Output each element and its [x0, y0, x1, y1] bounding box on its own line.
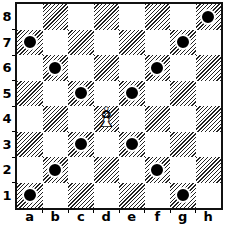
square-c2	[68, 157, 94, 183]
rank-label-3: 3	[0, 132, 14, 158]
square-c4	[68, 106, 94, 132]
square-e7	[119, 30, 145, 56]
square-h8	[196, 4, 222, 30]
rank-boundary-tick	[12, 157, 15, 158]
move-dot-h8	[200, 9, 216, 25]
square-f8	[145, 4, 171, 30]
square-e3	[119, 132, 145, 158]
square-a3	[17, 132, 43, 158]
rank-boundary-tick	[12, 182, 15, 183]
square-b7	[43, 30, 69, 56]
rank-label-7: 7	[0, 30, 14, 56]
file-boundary-tick	[93, 210, 94, 213]
rank-boundary-tick	[12, 80, 15, 81]
square-f7	[145, 30, 171, 56]
white-bishop: ♝♗	[94, 106, 120, 132]
file-label-d: d	[94, 209, 120, 225]
square-h4	[196, 106, 222, 132]
square-e6	[119, 55, 145, 81]
move-dot-g7	[175, 34, 191, 50]
chess-board: ♝♗	[15, 2, 223, 210]
file-boundary-tick	[144, 210, 145, 213]
file-boundary-tick	[170, 210, 171, 213]
square-d7	[94, 30, 120, 56]
move-dot-a7	[22, 34, 38, 50]
square-d6	[94, 55, 120, 81]
square-b5	[43, 81, 69, 107]
file-label-a: a	[17, 209, 43, 225]
square-d3	[94, 132, 120, 158]
square-d4: ♝♗	[94, 106, 120, 132]
square-f4	[145, 106, 171, 132]
square-a2	[17, 157, 43, 183]
square-g6	[170, 55, 196, 81]
file-label-g: g	[170, 209, 196, 225]
square-a7	[17, 30, 43, 56]
file-boundary-tick	[68, 210, 69, 213]
rank-boundary-tick	[12, 55, 15, 56]
square-e5	[119, 81, 145, 107]
square-g5	[170, 81, 196, 107]
square-d2	[94, 157, 120, 183]
square-g7	[170, 30, 196, 56]
rank-boundary-tick	[12, 131, 15, 132]
chess-diagram-page: { "game": "chess", "diagram_type": "bish…	[0, 0, 225, 225]
square-f3	[145, 132, 171, 158]
square-h6	[196, 55, 222, 81]
rank-boundary-tick	[12, 106, 15, 107]
square-f2	[145, 157, 171, 183]
square-g4	[170, 106, 196, 132]
white-bishop-glyph: ♗	[94, 103, 119, 131]
move-dot-c3	[73, 136, 89, 152]
square-b6	[43, 55, 69, 81]
move-dot-e5	[124, 85, 140, 101]
rank-boundary-tick	[12, 29, 15, 30]
square-e8	[119, 4, 145, 30]
file-label-b: b	[43, 209, 69, 225]
file-label-f: f	[145, 209, 171, 225]
square-e4	[119, 106, 145, 132]
square-h2	[196, 157, 222, 183]
move-dot-c5	[73, 85, 89, 101]
rank-label-1: 1	[0, 183, 14, 209]
square-h1	[196, 183, 222, 209]
rank-label-5: 5	[0, 81, 14, 107]
square-c1	[68, 183, 94, 209]
square-e2	[119, 157, 145, 183]
square-h5	[196, 81, 222, 107]
file-label-e: e	[119, 209, 145, 225]
move-dot-g1	[175, 187, 191, 203]
square-b4	[43, 106, 69, 132]
square-f6	[145, 55, 171, 81]
square-c3	[68, 132, 94, 158]
square-h7	[196, 30, 222, 56]
rank-label-2: 2	[0, 157, 14, 183]
square-a5	[17, 81, 43, 107]
square-c8	[68, 4, 94, 30]
move-dot-b2	[47, 162, 63, 178]
move-dot-e3	[124, 136, 140, 152]
square-a6	[17, 55, 43, 81]
square-b2	[43, 157, 69, 183]
file-label-c: c	[68, 209, 94, 225]
square-g1	[170, 183, 196, 209]
file-boundary-tick	[195, 210, 196, 213]
square-a8	[17, 4, 43, 30]
rank-label-6: 6	[0, 55, 14, 81]
square-d8	[94, 4, 120, 30]
square-b1	[43, 183, 69, 209]
square-a4	[17, 106, 43, 132]
file-boundary-tick	[119, 210, 120, 213]
square-g8	[170, 4, 196, 30]
rank-label-4: 4	[0, 106, 14, 132]
square-c6	[68, 55, 94, 81]
move-dot-a1	[22, 187, 38, 203]
square-b8	[43, 4, 69, 30]
rank-label-8: 8	[0, 4, 14, 30]
square-f5	[145, 81, 171, 107]
square-e1	[119, 183, 145, 209]
square-b3	[43, 132, 69, 158]
square-g3	[170, 132, 196, 158]
file-boundary-tick	[42, 210, 43, 213]
square-c7	[68, 30, 94, 56]
file-label-h: h	[196, 209, 222, 225]
square-c5	[68, 81, 94, 107]
square-a1	[17, 183, 43, 209]
square-g2	[170, 157, 196, 183]
move-dot-f2	[149, 162, 165, 178]
square-d1	[94, 183, 120, 209]
square-h3	[196, 132, 222, 158]
move-dot-b6	[47, 60, 63, 76]
move-dot-f6	[149, 60, 165, 76]
square-f1	[145, 183, 171, 209]
